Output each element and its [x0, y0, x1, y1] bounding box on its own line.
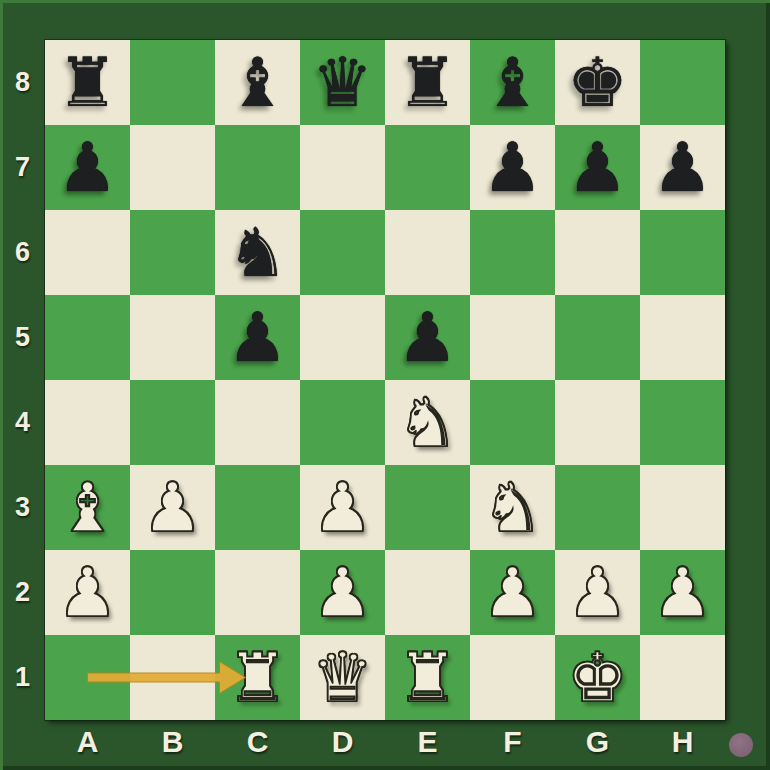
white-rook[interactable]: ♜ [397, 635, 458, 720]
square-c7[interactable] [215, 125, 300, 210]
rank-label-3: 3 [0, 465, 45, 550]
corner-dot [729, 733, 753, 757]
rank-label-7: 7 [0, 125, 45, 210]
black-rook[interactable]: ♜ [57, 40, 118, 125]
rank-label-4: 4 [0, 380, 45, 465]
square-e6[interactable] [385, 210, 470, 295]
square-b6[interactable] [130, 210, 215, 295]
square-h6[interactable] [640, 210, 725, 295]
square-e1[interactable]: ♜ [385, 635, 470, 720]
square-a5[interactable] [45, 295, 130, 380]
square-a7[interactable]: ♟ [45, 125, 130, 210]
white-knight[interactable]: ♞ [397, 380, 458, 465]
square-f5[interactable] [470, 295, 555, 380]
square-f8[interactable]: ♝ [470, 40, 555, 125]
white-rook[interactable]: ♜ [227, 635, 288, 720]
black-queen[interactable]: ♛ [312, 40, 373, 125]
square-c6[interactable]: ♞ [215, 210, 300, 295]
square-d7[interactable] [300, 125, 385, 210]
square-g1[interactable]: ♚ [555, 635, 640, 720]
square-c8[interactable]: ♝ [215, 40, 300, 125]
square-a1[interactable] [45, 635, 130, 720]
rank-label-8: 8 [0, 40, 45, 125]
square-d5[interactable] [300, 295, 385, 380]
white-queen[interactable]: ♛ [312, 635, 373, 720]
white-pawn[interactable]: ♟ [652, 550, 713, 635]
square-h7[interactable]: ♟ [640, 125, 725, 210]
square-g3[interactable] [555, 465, 640, 550]
square-a8[interactable]: ♜ [45, 40, 130, 125]
black-pawn[interactable]: ♟ [482, 125, 543, 210]
white-bishop[interactable]: ♝ [57, 465, 118, 550]
square-d6[interactable] [300, 210, 385, 295]
chess-board[interactable]: ♜♝♛♜♝♚♟♟♟♟♞♟♟♞♝♟♟♞♟♟♟♟♟♜♛♜♚ [45, 40, 725, 720]
file-label-e: E [385, 720, 470, 764]
black-pawn[interactable]: ♟ [57, 125, 118, 210]
square-e5[interactable]: ♟ [385, 295, 470, 380]
black-knight[interactable]: ♞ [227, 210, 288, 295]
black-pawn[interactable]: ♟ [567, 125, 628, 210]
rank-label-2: 2 [0, 550, 45, 635]
white-king[interactable]: ♚ [567, 635, 628, 720]
square-d8[interactable]: ♛ [300, 40, 385, 125]
white-pawn[interactable]: ♟ [482, 550, 543, 635]
white-pawn[interactable]: ♟ [142, 465, 203, 550]
square-c5[interactable]: ♟ [215, 295, 300, 380]
square-a4[interactable] [45, 380, 130, 465]
square-g4[interactable] [555, 380, 640, 465]
rank-label-6: 6 [0, 210, 45, 295]
square-e3[interactable] [385, 465, 470, 550]
square-h2[interactable]: ♟ [640, 550, 725, 635]
square-c3[interactable] [215, 465, 300, 550]
square-h8[interactable] [640, 40, 725, 125]
square-g2[interactable]: ♟ [555, 550, 640, 635]
square-a3[interactable]: ♝ [45, 465, 130, 550]
file-label-h: H [640, 720, 725, 764]
square-d3[interactable]: ♟ [300, 465, 385, 550]
square-h1[interactable] [640, 635, 725, 720]
white-knight[interactable]: ♞ [482, 465, 543, 550]
rank-label-5: 5 [0, 295, 45, 380]
square-b8[interactable] [130, 40, 215, 125]
file-label-g: G [555, 720, 640, 764]
square-g6[interactable] [555, 210, 640, 295]
square-f3[interactable]: ♞ [470, 465, 555, 550]
square-h3[interactable] [640, 465, 725, 550]
square-a6[interactable] [45, 210, 130, 295]
square-d2[interactable]: ♟ [300, 550, 385, 635]
square-e8[interactable]: ♜ [385, 40, 470, 125]
square-e4[interactable]: ♞ [385, 380, 470, 465]
square-b4[interactable] [130, 380, 215, 465]
square-a2[interactable]: ♟ [45, 550, 130, 635]
black-pawn[interactable]: ♟ [227, 295, 288, 380]
square-d4[interactable] [300, 380, 385, 465]
square-h5[interactable] [640, 295, 725, 380]
file-label-a: A [45, 720, 130, 764]
square-f1[interactable] [470, 635, 555, 720]
black-bishop[interactable]: ♝ [227, 40, 288, 125]
square-b1[interactable] [130, 635, 215, 720]
black-pawn[interactable]: ♟ [397, 295, 458, 380]
square-b5[interactable] [130, 295, 215, 380]
white-pawn[interactable]: ♟ [567, 550, 628, 635]
square-f6[interactable] [470, 210, 555, 295]
square-c2[interactable] [215, 550, 300, 635]
square-e2[interactable] [385, 550, 470, 635]
square-f4[interactable] [470, 380, 555, 465]
square-d1[interactable]: ♛ [300, 635, 385, 720]
square-c1[interactable]: ♜ [215, 635, 300, 720]
file-labels: ABCDEFGH [45, 720, 725, 770]
square-f7[interactable]: ♟ [470, 125, 555, 210]
black-pawn[interactable]: ♟ [652, 125, 713, 210]
white-pawn[interactable]: ♟ [312, 550, 373, 635]
square-e7[interactable] [385, 125, 470, 210]
square-b3[interactable]: ♟ [130, 465, 215, 550]
file-label-d: D [300, 720, 385, 764]
black-bishop[interactable]: ♝ [482, 40, 543, 125]
square-f2[interactable]: ♟ [470, 550, 555, 635]
rank-labels: 87654321 [0, 40, 45, 720]
square-g7[interactable]: ♟ [555, 125, 640, 210]
file-label-c: C [215, 720, 300, 764]
chess-board-frame: 87654321 ♜♝♛♜♝♚♟♟♟♟♞♟♟♞♝♟♟♞♟♟♟♟♟♜♛♜♚ ABC… [0, 0, 770, 770]
file-label-b: B [130, 720, 215, 764]
square-h4[interactable] [640, 380, 725, 465]
white-pawn[interactable]: ♟ [57, 550, 118, 635]
square-b7[interactable] [130, 125, 215, 210]
square-c4[interactable] [215, 380, 300, 465]
black-king[interactable]: ♚ [567, 40, 628, 125]
rank-label-1: 1 [0, 635, 45, 720]
square-g8[interactable]: ♚ [555, 40, 640, 125]
black-rook[interactable]: ♜ [397, 40, 458, 125]
square-b2[interactable] [130, 550, 215, 635]
white-pawn[interactable]: ♟ [312, 465, 373, 550]
square-g5[interactable] [555, 295, 640, 380]
file-label-f: F [470, 720, 555, 764]
